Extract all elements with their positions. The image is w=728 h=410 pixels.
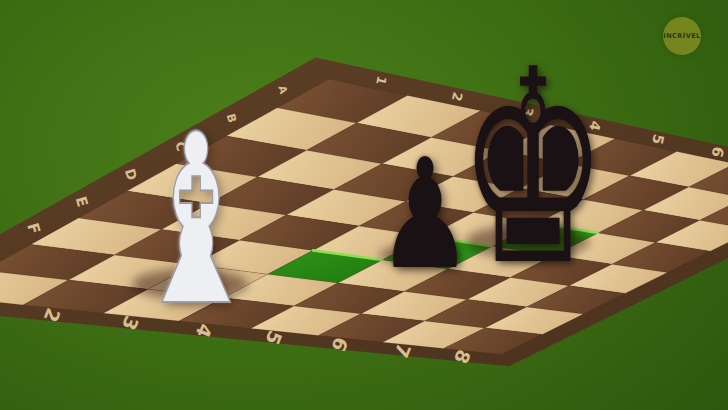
- chess-board: 12345678ABCDEFGH12345678: [0, 0, 728, 410]
- chess-illustration: 12345678ABCDEFGH12345678 ♝♟♚ INCRÍVEL: [0, 0, 728, 410]
- watermark-text: INCRÍVEL: [663, 33, 700, 40]
- white-bishop: ♝: [131, 103, 262, 338]
- incrivel-watermark: INCRÍVEL: [663, 17, 701, 55]
- black-king: ♚: [459, 34, 608, 302]
